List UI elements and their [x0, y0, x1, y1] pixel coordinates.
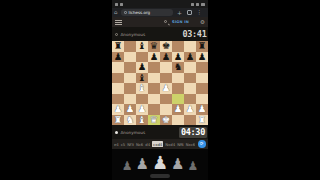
battery-icon	[201, 3, 206, 6]
white-pawn: ♟	[138, 104, 147, 114]
white-pawn: ♟	[162, 83, 171, 93]
player-color-icon	[115, 131, 118, 134]
board-square[interactable]	[172, 115, 184, 126]
gesture-bar	[150, 174, 170, 178]
board-square[interactable]	[148, 104, 160, 115]
board-square[interactable]: ♛	[148, 41, 160, 52]
analysis-button[interactable]: ⟳	[198, 140, 206, 148]
board-square[interactable]: ♟	[136, 62, 148, 73]
board-square[interactable]	[148, 73, 160, 84]
board-square[interactable]: ♟	[196, 52, 208, 63]
board-square[interactable]: ♝	[136, 83, 148, 94]
board-square[interactable]: ♟	[184, 52, 196, 63]
board-square[interactable]: ♜	[196, 115, 208, 126]
player-row: Anonymous 04:30	[112, 126, 208, 139]
board-square[interactable]	[184, 94, 196, 105]
black-pawn: ♟	[150, 52, 159, 62]
board-square[interactable]	[196, 94, 208, 105]
new-tab-icon[interactable]: +	[177, 9, 182, 16]
board-square[interactable]	[136, 94, 148, 105]
black-pawn: ♟	[162, 52, 171, 62]
opponent-row: Anonymous 03:41	[112, 28, 208, 41]
white-pawn: ♟	[186, 104, 195, 114]
board-square[interactable]	[124, 94, 136, 105]
player-color-icon	[115, 33, 118, 36]
board-square[interactable]	[124, 62, 136, 73]
board-square[interactable]	[136, 52, 148, 63]
board-square[interactable]	[196, 73, 208, 84]
site-info-icon[interactable]	[124, 11, 127, 14]
browser-menu-icon[interactable]: ⋮	[197, 9, 203, 15]
pawn-graphic: ♟	[135, 157, 148, 172]
signal-icon	[191, 3, 195, 6]
board-square[interactable]: ♛	[148, 115, 160, 126]
board-square[interactable]	[124, 52, 136, 63]
board-square[interactable]	[148, 62, 160, 73]
pawn-graphic: ♟	[152, 154, 168, 172]
move-item[interactable]: Nf3	[127, 142, 134, 147]
board-square[interactable]: ♟	[172, 104, 184, 115]
board-square[interactable]	[124, 41, 136, 52]
board-square[interactable]: ♟	[148, 52, 160, 63]
pawn-graphic: ♟	[171, 157, 184, 172]
site-header: SIGN IN ⚙	[112, 17, 208, 27]
black-bishop: ♝	[138, 73, 147, 83]
gear-icon[interactable]: ⚙	[200, 19, 205, 25]
board-square[interactable]	[184, 73, 196, 84]
board-square[interactable]	[184, 83, 196, 94]
player-clock: 04:30	[179, 127, 206, 138]
hamburger-menu-icon[interactable]	[115, 20, 122, 27]
black-pawn: ♟	[198, 52, 207, 62]
board-square[interactable]: ♟	[172, 52, 184, 63]
pawn-graphic: ♟	[122, 160, 133, 172]
url-text: lichess.org	[129, 10, 150, 15]
board-square[interactable]: ♜	[196, 41, 208, 52]
move-item[interactable]: cxd4	[152, 141, 163, 147]
board-square[interactable]	[172, 83, 184, 94]
board-square[interactable]: ♟	[196, 104, 208, 115]
black-queen: ♛	[150, 41, 159, 51]
board-square[interactable]	[112, 73, 124, 84]
white-rook: ♜	[114, 115, 123, 125]
video-frame: ⌂ lichess.org + ⋮ SIGN IN ⚙ Anonymous 03…	[0, 0, 320, 180]
board-square[interactable]: ♝	[136, 41, 148, 52]
board-square[interactable]	[196, 62, 208, 73]
board-square[interactable]: ♟	[184, 104, 196, 115]
white-pawn: ♟	[114, 104, 123, 114]
move-list[interactable]: e4c5Nf3Nc6d4cxd4Nxd4Nf6Nxc6bxc6	[114, 139, 195, 149]
black-bishop: ♝	[138, 41, 147, 51]
pawn-graphic: ♟	[188, 160, 199, 172]
url-field[interactable]: lichess.org	[121, 9, 173, 15]
move-item[interactable]: Nf6	[177, 142, 184, 147]
board-square[interactable]	[184, 41, 196, 52]
status-bar	[112, 0, 208, 8]
sign-in-button[interactable]: SIGN IN	[172, 20, 189, 24]
white-pawn: ♟	[198, 104, 207, 114]
board-square[interactable]: ♟	[160, 52, 172, 63]
move-item[interactable]: Nxc6	[186, 142, 195, 147]
board-square[interactable]: ♝	[136, 115, 148, 126]
black-knight: ♞	[174, 62, 183, 72]
board-square[interactable]	[160, 62, 172, 73]
board-square[interactable]: ♟	[112, 52, 124, 63]
opponent-name: Anonymous	[121, 32, 146, 37]
white-pawn: ♟	[174, 104, 183, 114]
board-square[interactable]	[124, 73, 136, 84]
board-square[interactable]	[160, 104, 172, 115]
home-icon[interactable]: ⌂	[114, 9, 118, 16]
board-square[interactable]	[172, 41, 184, 52]
white-rook: ♜	[198, 115, 207, 125]
opponent-clock: 03:41	[182, 29, 206, 40]
board-square[interactable]	[148, 94, 160, 105]
move-item[interactable]: e4	[114, 142, 119, 147]
wifi-icon	[196, 3, 200, 6]
notification-icon	[120, 3, 123, 6]
board-square[interactable]	[184, 62, 196, 73]
black-rook: ♜	[198, 41, 207, 51]
notification-icon	[115, 3, 118, 6]
board-square[interactable]: ♜	[112, 115, 124, 126]
pawn-graphics-row: ♟♟♟♟♟	[112, 151, 208, 172]
board-square[interactable]	[172, 73, 184, 84]
board-square[interactable]: ♝	[136, 73, 148, 84]
board-square[interactable]: ♟	[136, 104, 148, 115]
browser-toolbar: ⌂ lichess.org + ⋮	[112, 8, 208, 17]
white-pawn: ♟	[126, 104, 135, 114]
black-pawn: ♟	[138, 62, 147, 72]
black-pawn: ♟	[186, 52, 195, 62]
black-pawn: ♟	[114, 52, 123, 62]
board-square[interactable]	[112, 83, 124, 94]
tab-switcher-icon[interactable]	[187, 10, 192, 15]
white-queen: ♛	[150, 115, 159, 125]
board-square[interactable]: ♟	[112, 104, 124, 115]
black-pawn: ♟	[174, 52, 183, 62]
board-square[interactable]	[124, 83, 136, 94]
move-item[interactable]: c5	[121, 142, 126, 147]
move-item[interactable]: d4	[145, 142, 150, 147]
board-square[interactable]: ♞	[172, 62, 184, 73]
board-square[interactable]: ♚	[160, 115, 172, 126]
board-square[interactable]: ♟	[160, 83, 172, 94]
player-name: Anonymous	[121, 130, 146, 135]
board-square[interactable]	[148, 83, 160, 94]
board-square[interactable]	[160, 73, 172, 84]
white-bishop: ♝	[138, 115, 147, 125]
board-square[interactable]	[160, 94, 172, 105]
search-icon[interactable]	[164, 20, 167, 23]
board-square[interactable]	[196, 83, 208, 94]
board-square[interactable]	[172, 94, 184, 105]
board-square[interactable]: ♚	[160, 41, 172, 52]
board-square[interactable]	[184, 115, 196, 126]
board-square[interactable]	[112, 94, 124, 105]
chess-board[interactable]: ♜♝♛♚♜♟♟♟♟♟♟♟♞♝♝♟♟♟♟♟♟♟♜♞♝♛♚♜	[112, 41, 208, 125]
move-item[interactable]: Nxd4	[165, 142, 175, 147]
below-fold-graphic: ♟♟♟♟♟	[112, 149, 208, 180]
white-bishop: ♝	[138, 83, 147, 93]
board-square[interactable]: ♞	[124, 115, 136, 126]
white-knight: ♞	[126, 115, 135, 125]
white-king: ♚	[162, 115, 171, 125]
move-bar: e4c5Nf3Nc6d4cxd4Nxd4Nf6Nxc6bxc6 ⟳	[112, 139, 208, 149]
black-king: ♚	[162, 41, 171, 51]
phone-screen: ⌂ lichess.org + ⋮ SIGN IN ⚙ Anonymous 03…	[112, 0, 208, 180]
move-item[interactable]: Nc6	[136, 142, 143, 147]
board-square[interactable]: ♟	[124, 104, 136, 115]
board-square[interactable]	[112, 62, 124, 73]
black-rook: ♜	[114, 41, 123, 51]
board-square[interactable]: ♜	[112, 41, 124, 52]
